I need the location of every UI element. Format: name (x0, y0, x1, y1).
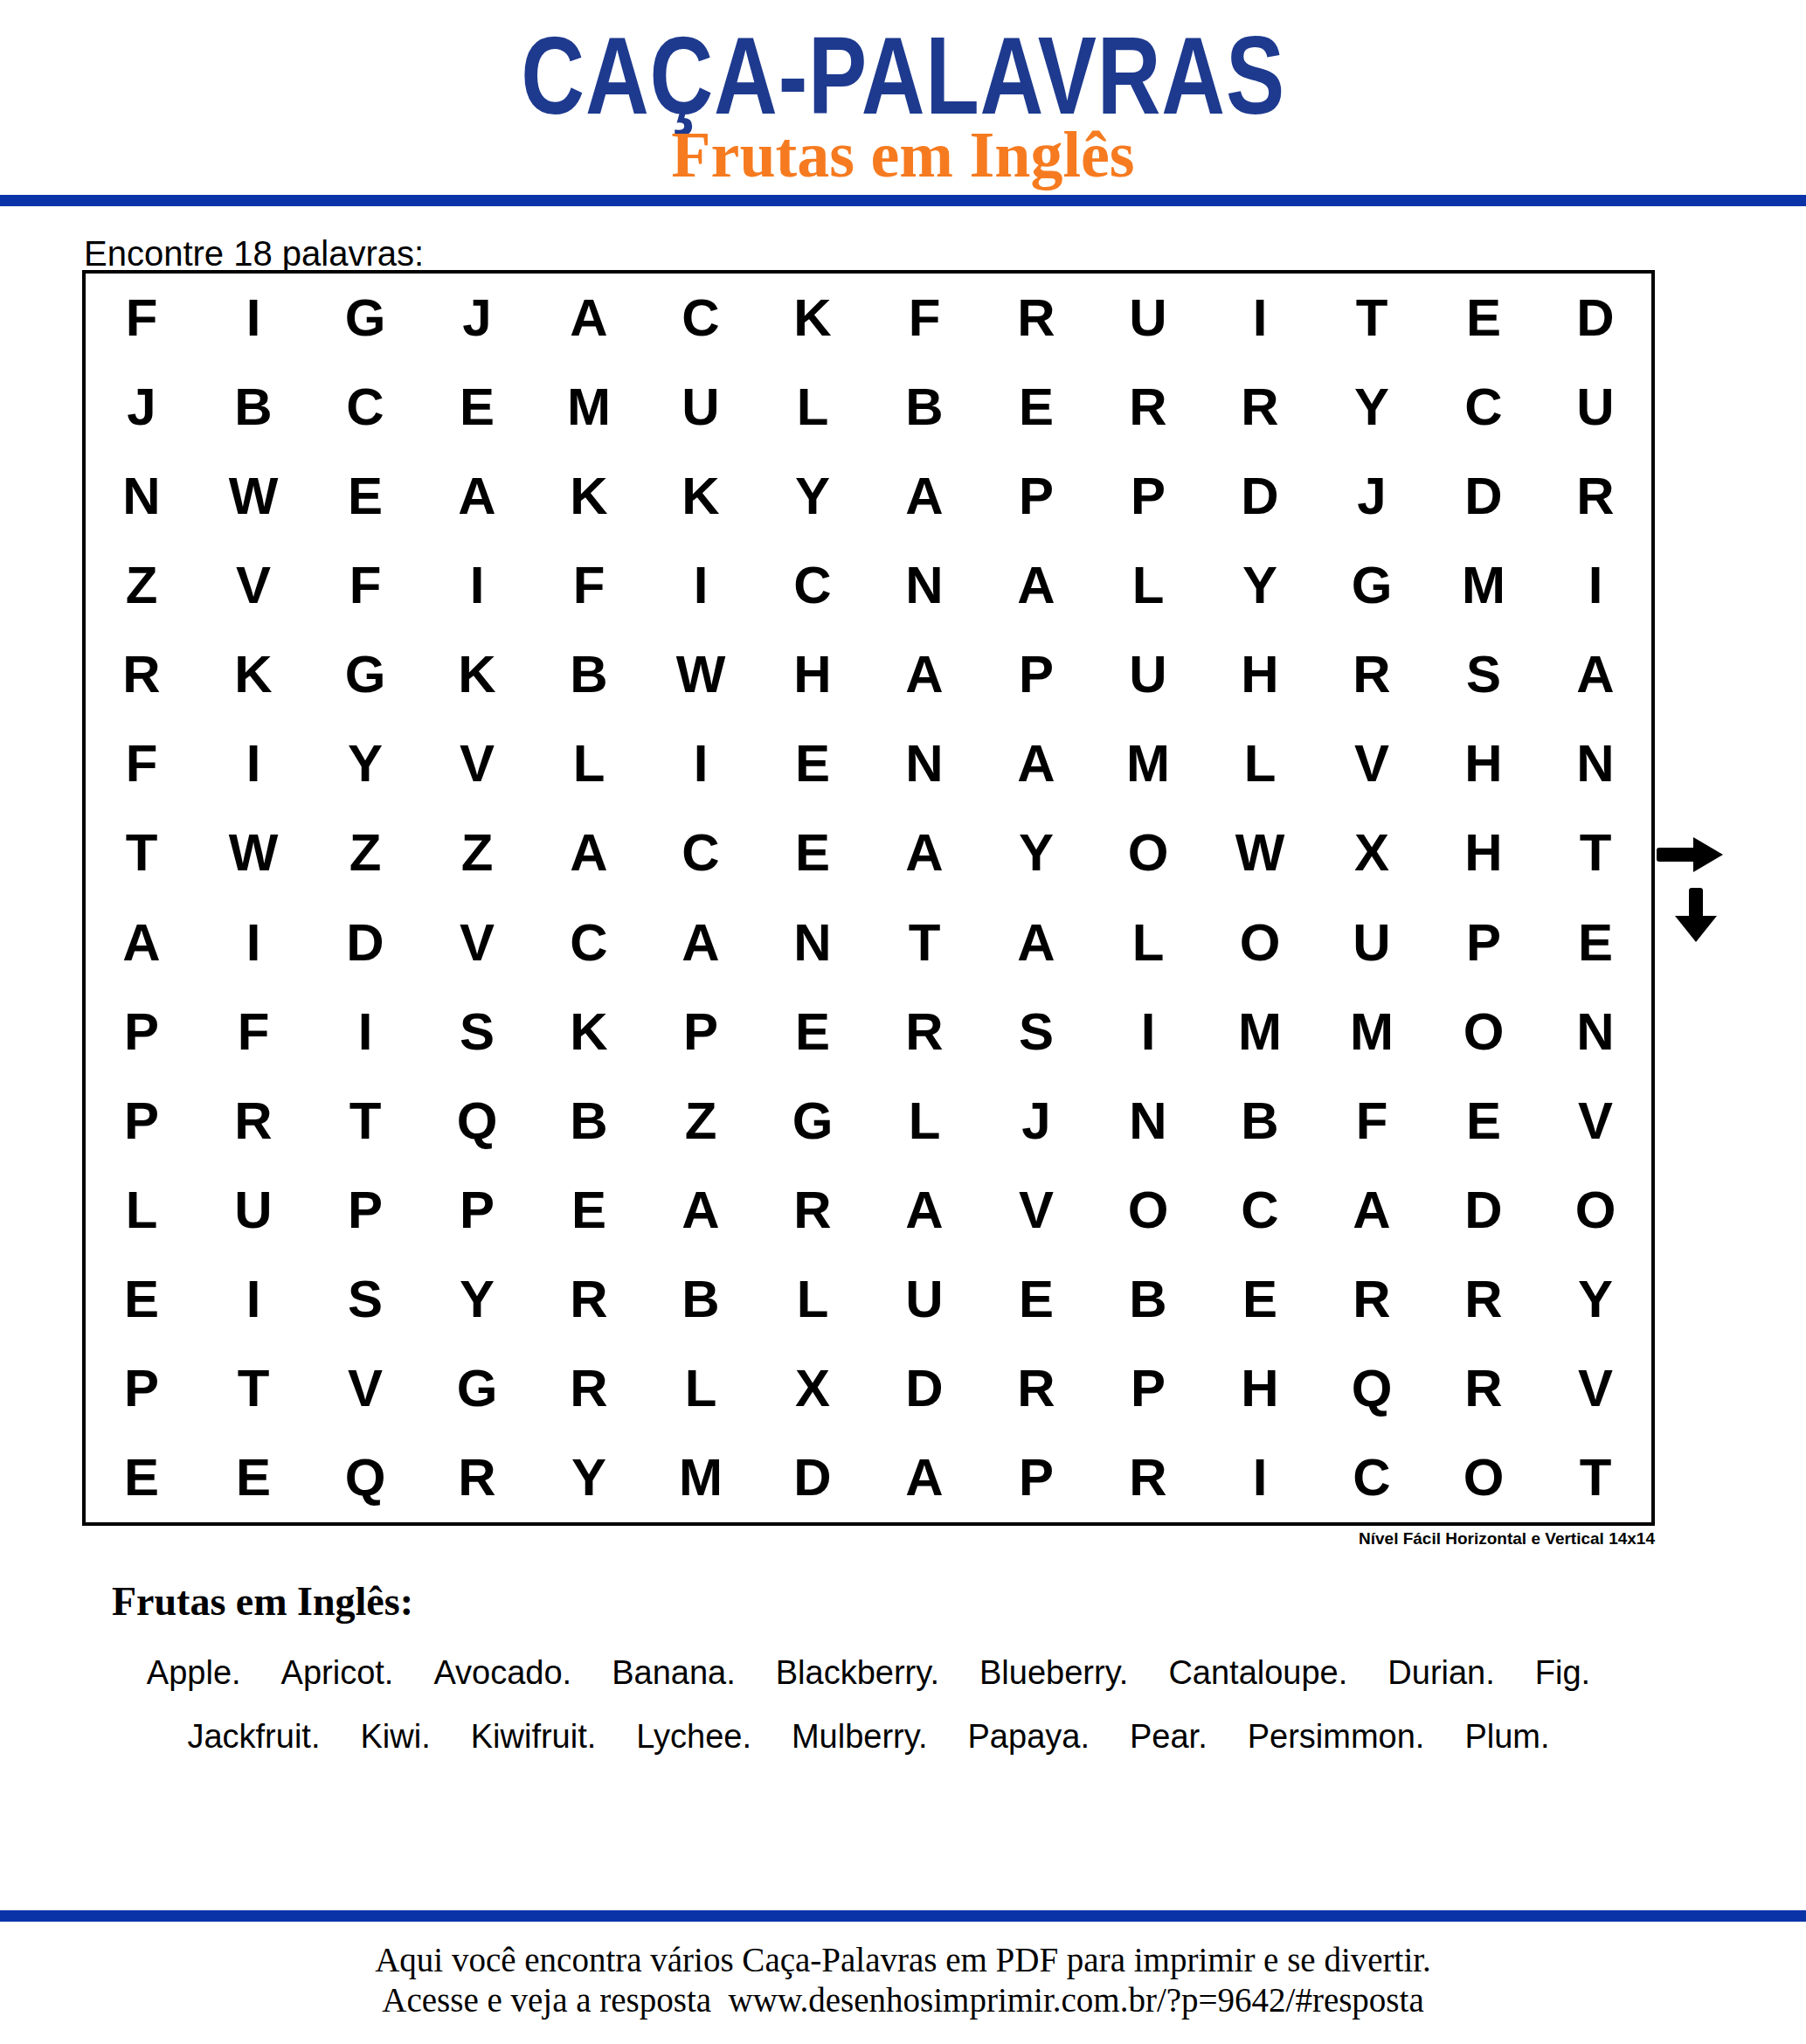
grid-cell-r9c10[interactable]: I (1092, 987, 1204, 1077)
grid-cell-r6c13[interactable]: H (1428, 719, 1540, 808)
grid-cell-r13c13[interactable]: R (1428, 1344, 1540, 1433)
grid-cell-r3c3[interactable]: E (309, 452, 421, 541)
footer-line-2: Acesse e veja a resposta www.desenhosimp… (0, 1980, 1806, 2020)
grid-cell-r1c9[interactable]: R (980, 274, 1092, 363)
grid-cell-r3c5[interactable]: K (533, 452, 645, 541)
grid-cell-r12c7[interactable]: L (757, 1255, 868, 1344)
grid-cell-r8c6[interactable]: A (645, 897, 757, 987)
grid-cell-r7c8[interactable]: A (868, 808, 980, 897)
grid-cell-r3c14[interactable]: R (1540, 452, 1651, 541)
grid-cell-r12c4[interactable]: Y (421, 1255, 533, 1344)
page-subtitle: Frutas em Inglês (0, 122, 1806, 187)
grid-cell-r4c9[interactable]: A (980, 541, 1092, 630)
grid-cell-r13c5[interactable]: R (533, 1344, 645, 1433)
grid-cell-r3c1[interactable]: N (86, 452, 197, 541)
grid-cell-r8c12[interactable]: U (1316, 897, 1428, 987)
grid-cell-r9c9[interactable]: S (980, 987, 1092, 1077)
word-list-heading: Frutas em Inglês: (112, 1578, 413, 1625)
grid-cell-r4c7[interactable]: C (757, 541, 868, 630)
grid-cell-r7c1[interactable]: T (86, 808, 197, 897)
grid-cell-r2c6[interactable]: U (645, 363, 757, 452)
grid-cell-r14c6[interactable]: M (645, 1433, 757, 1522)
grid-cell-r6c12[interactable]: V (1316, 719, 1428, 808)
grid-cell-r2c4[interactable]: E (421, 363, 533, 452)
grid-cell-r5c2[interactable]: K (197, 630, 309, 719)
grid-cell-r11c5[interactable]: E (533, 1166, 645, 1255)
grid-cell-r9c1[interactable]: P (86, 987, 197, 1077)
grid-cell-r4c13[interactable]: M (1428, 541, 1540, 630)
grid-cell-r5c4[interactable]: K (421, 630, 533, 719)
grid-caption: Nível Fácil Horizontal e Vertical 14x14 (82, 1529, 1655, 1549)
grid-cell-r10c6[interactable]: Z (645, 1077, 757, 1166)
grid-cell-r1c7[interactable]: K (757, 274, 868, 363)
grid-cell-r14c5[interactable]: Y (533, 1433, 645, 1522)
word-persimmon: Persimmon. (1248, 1718, 1425, 1756)
grid-cell-r10c10[interactable]: N (1092, 1077, 1204, 1166)
word-pear: Pear. (1130, 1718, 1207, 1756)
grid-cell-r11c6[interactable]: A (645, 1166, 757, 1255)
grid-cell-r11c11[interactable]: C (1204, 1166, 1316, 1255)
grid-cell-r9c3[interactable]: I (309, 987, 421, 1077)
grid-cell-r12c1[interactable]: E (86, 1255, 197, 1344)
grid-cell-r10c8[interactable]: L (868, 1077, 980, 1166)
grid-cell-r12c3[interactable]: S (309, 1255, 421, 1344)
grid-cell-r13c9[interactable]: R (980, 1344, 1092, 1433)
word-fig: Fig. (1535, 1654, 1590, 1692)
word-list-line-2: Jackfruit.Kiwi.Kiwifruit.Lychee.Mulberry… (82, 1718, 1655, 1756)
grid-cell-r8c4[interactable]: V (421, 897, 533, 987)
grid-cell-r1c8[interactable]: F (868, 274, 980, 363)
grid-cell-r9c8[interactable]: R (868, 987, 980, 1077)
grid-cell-r12c11[interactable]: E (1204, 1255, 1316, 1344)
grid-cell-r1c12[interactable]: T (1316, 274, 1428, 363)
grid-cell-r10c12[interactable]: F (1316, 1077, 1428, 1166)
grid-cell-r2c13[interactable]: C (1428, 363, 1540, 452)
grid-cell-r7c3[interactable]: Z (309, 808, 421, 897)
word-kiwi: Kiwi. (360, 1718, 430, 1756)
grid-cell-r7c11[interactable]: W (1204, 808, 1316, 897)
grid-cell-r7c10[interactable]: O (1092, 808, 1204, 897)
grid-cell-r3c10[interactable]: P (1092, 452, 1204, 541)
grid-cell-r9c5[interactable]: K (533, 987, 645, 1077)
grid-cell-r8c5[interactable]: C (533, 897, 645, 987)
grid-cell-r11c10[interactable]: O (1092, 1166, 1204, 1255)
grid-cell-r8c14[interactable]: E (1540, 897, 1651, 987)
grid-cell-r13c8[interactable]: D (868, 1344, 980, 1433)
word-papaya: Papaya. (968, 1718, 1090, 1756)
grid-cell-r10c2[interactable]: R (197, 1077, 309, 1166)
word-banana: Banana. (612, 1654, 736, 1692)
grid-cell-r14c14[interactable]: T (1540, 1433, 1651, 1522)
grid-cell-r8c7[interactable]: N (757, 897, 868, 987)
grid-cell-r13c3[interactable]: V (309, 1344, 421, 1433)
grid-cell-r12c10[interactable]: B (1092, 1255, 1204, 1344)
grid-cell-r12c8[interactable]: U (868, 1255, 980, 1344)
grid-cell-r2c11[interactable]: R (1204, 363, 1316, 452)
grid-cell-r9c11[interactable]: M (1204, 987, 1316, 1077)
grid-cell-r3c9[interactable]: P (980, 452, 1092, 541)
grid-cell-r5c14[interactable]: A (1540, 630, 1651, 719)
word-lychee: Lychee. (636, 1718, 751, 1756)
grid-cell-r10c5[interactable]: B (533, 1077, 645, 1166)
grid-cell-r4c8[interactable]: N (868, 541, 980, 630)
word-blackberry: Blackberry. (776, 1654, 939, 1692)
grid-cell-r5c8[interactable]: A (868, 630, 980, 719)
grid-cell-r12c14[interactable]: Y (1540, 1255, 1651, 1344)
grid-cell-r9c13[interactable]: O (1428, 987, 1540, 1077)
grid-cell-r14c8[interactable]: A (868, 1433, 980, 1522)
grid-cell-r13c7[interactable]: X (757, 1344, 868, 1433)
grid-cell-r6c8[interactable]: N (868, 719, 980, 808)
grid-cell-r2c7[interactable]: L (757, 363, 868, 452)
grid-cell-r13c10[interactable]: P (1092, 1344, 1204, 1433)
grid-cell-r13c1[interactable]: P (86, 1344, 197, 1433)
grid-cell-r4c4[interactable]: I (421, 541, 533, 630)
grid-cell-r12c9[interactable]: E (980, 1255, 1092, 1344)
word-grid: FIGJACKFRUITEDJBCEMULBERRYCUNWEAKKYAPPDJ… (82, 270, 1655, 1526)
grid-cell-r1c4[interactable]: J (421, 274, 533, 363)
grid-cell-r12c13[interactable]: R (1428, 1255, 1540, 1344)
grid-cell-r7c14[interactable]: T (1540, 808, 1651, 897)
grid-cell-r7c4[interactable]: Z (421, 808, 533, 897)
grid-cell-r4c3[interactable]: F (309, 541, 421, 630)
instruction-label: Encontre 18 palavras: (84, 234, 424, 274)
page-title: CAÇA-PALAVRAS (521, 21, 1285, 131)
grid-cell-r14c10[interactable]: R (1092, 1433, 1204, 1522)
grid-cell-r4c10[interactable]: L (1092, 541, 1204, 630)
word-durian: Durian. (1387, 1654, 1495, 1692)
grid-cell-r5c1[interactable]: R (86, 630, 197, 719)
grid-cell-r7c5[interactable]: A (533, 808, 645, 897)
grid-cell-r1c5[interactable]: A (533, 274, 645, 363)
grid-cell-r1c14[interactable]: D (1540, 274, 1651, 363)
grid-cell-r14c1[interactable]: E (86, 1433, 197, 1522)
grid-cell-r3c11[interactable]: D (1204, 452, 1316, 541)
grid-cell-r5c6[interactable]: W (645, 630, 757, 719)
grid-cell-r6c4[interactable]: V (421, 719, 533, 808)
grid-cell-r4c2[interactable]: V (197, 541, 309, 630)
grid-cell-r3c6[interactable]: K (645, 452, 757, 541)
grid-cell-r6c14[interactable]: N (1540, 719, 1651, 808)
footer-rule (0, 1910, 1806, 1922)
grid-cell-r2c5[interactable]: M (533, 363, 645, 452)
grid-cell-r8c2[interactable]: I (197, 897, 309, 987)
word-cantaloupe: Cantaloupe. (1168, 1654, 1347, 1692)
grid-cell-r10c1[interactable]: P (86, 1077, 197, 1166)
grid-cell-r6c10[interactable]: M (1092, 719, 1204, 808)
grid-cell-r7c12[interactable]: X (1316, 808, 1428, 897)
header-rule (0, 195, 1806, 206)
grid-cell-r5c7[interactable]: H (757, 630, 868, 719)
grid-cell-r4c11[interactable]: Y (1204, 541, 1316, 630)
grid-cell-r6c6[interactable]: I (645, 719, 757, 808)
grid-cell-r1c13[interactable]: E (1428, 274, 1540, 363)
grid-cell-r2c12[interactable]: Y (1316, 363, 1428, 452)
grid-cell-r1c6[interactable]: C (645, 274, 757, 363)
grid-cell-r2c3[interactable]: C (309, 363, 421, 452)
grid-cell-r2c9[interactable]: E (980, 363, 1092, 452)
grid-cell-r5c13[interactable]: S (1428, 630, 1540, 719)
grid-cell-r3c12[interactable]: J (1316, 452, 1428, 541)
grid-cell-r2c8[interactable]: B (868, 363, 980, 452)
grid-cell-r7c7[interactable]: E (757, 808, 868, 897)
grid-cell-r10c7[interactable]: G (757, 1077, 868, 1166)
grid-cell-r13c11[interactable]: H (1204, 1344, 1316, 1433)
grid-cell-r8c8[interactable]: T (868, 897, 980, 987)
grid-cell-r9c2[interactable]: F (197, 987, 309, 1077)
grid-cell-r4c6[interactable]: I (645, 541, 757, 630)
grid-cell-r1c10[interactable]: U (1092, 274, 1204, 363)
grid-cell-r12c6[interactable]: B (645, 1255, 757, 1344)
grid-cell-r14c11[interactable]: I (1204, 1433, 1316, 1522)
grid-cell-r2c2[interactable]: B (197, 363, 309, 452)
footer-line-1: Aqui você encontra vários Caça-Palavras … (0, 1940, 1806, 1979)
grid-cell-r11c2[interactable]: U (197, 1166, 309, 1255)
word-avocado: Avocado. (433, 1654, 571, 1692)
word-apple: Apple. (147, 1654, 241, 1692)
grid-cell-r1c11[interactable]: I (1204, 274, 1316, 363)
word-plum: Plum. (1464, 1718, 1549, 1756)
grid-cell-r8c3[interactable]: D (309, 897, 421, 987)
grid-cell-r10c13[interactable]: E (1428, 1077, 1540, 1166)
grid-cell-r13c12[interactable]: Q (1316, 1344, 1428, 1433)
grid-cell-r10c11[interactable]: B (1204, 1077, 1316, 1166)
grid-cell-r14c2[interactable]: E (197, 1433, 309, 1522)
grid-cell-r14c4[interactable]: R (421, 1433, 533, 1522)
grid-cell-r11c14[interactable]: O (1540, 1166, 1651, 1255)
grid-cell-r11c13[interactable]: D (1428, 1166, 1540, 1255)
grid-cell-r13c6[interactable]: L (645, 1344, 757, 1433)
grid-cell-r5c3[interactable]: G (309, 630, 421, 719)
grid-cell-r8c9[interactable]: A (980, 897, 1092, 987)
grid-cell-r4c1[interactable]: Z (86, 541, 197, 630)
grid-cell-r11c8[interactable]: A (868, 1166, 980, 1255)
grid-cell-r1c1[interactable]: F (86, 274, 197, 363)
grid-cell-r2c10[interactable]: R (1092, 363, 1204, 452)
grid-cell-r4c14[interactable]: I (1540, 541, 1651, 630)
grid-cell-r6c3[interactable]: Y (309, 719, 421, 808)
grid-cell-r14c9[interactable]: P (980, 1433, 1092, 1522)
grid-cell-r14c13[interactable]: O (1428, 1433, 1540, 1522)
down-arrow-icon (1675, 888, 1717, 942)
right-arrow-icon (1657, 837, 1723, 872)
grid-cell-r6c1[interactable]: F (86, 719, 197, 808)
grid-cell-r10c14[interactable]: V (1540, 1077, 1651, 1166)
grid-cell-r12c2[interactable]: I (197, 1255, 309, 1344)
grid-cell-r5c11[interactable]: H (1204, 630, 1316, 719)
grid-cell-r3c13[interactable]: D (1428, 452, 1540, 541)
grid-cell-r10c3[interactable]: T (309, 1077, 421, 1166)
grid-cell-r9c14[interactable]: N (1540, 987, 1651, 1077)
grid-cell-r12c12[interactable]: R (1316, 1255, 1428, 1344)
grid-cell-r11c9[interactable]: V (980, 1166, 1092, 1255)
grid-cell-r14c3[interactable]: Q (309, 1433, 421, 1522)
grid-cell-r13c2[interactable]: T (197, 1344, 309, 1433)
grid-cell-r10c4[interactable]: Q (421, 1077, 533, 1166)
grid-cell-r6c11[interactable]: L (1204, 719, 1316, 808)
grid-cell-r11c4[interactable]: P (421, 1166, 533, 1255)
grid-cell-r9c7[interactable]: E (757, 987, 868, 1077)
grid-cell-r9c12[interactable]: M (1316, 987, 1428, 1077)
grid-cell-r10c9[interactable]: J (980, 1077, 1092, 1166)
grid-cell-r5c9[interactable]: P (980, 630, 1092, 719)
word-list-line-1: Apple.Apricot.Avocado.Banana.Blackberry.… (82, 1654, 1655, 1692)
grid-cell-r6c5[interactable]: L (533, 719, 645, 808)
grid-cell-r2c14[interactable]: U (1540, 363, 1651, 452)
grid-cell-r5c10[interactable]: U (1092, 630, 1204, 719)
grid-cell-r7c6[interactable]: C (645, 808, 757, 897)
grid-cell-r1c2[interactable]: I (197, 274, 309, 363)
grid-cell-r8c1[interactable]: A (86, 897, 197, 987)
grid-cell-r1c3[interactable]: G (309, 274, 421, 363)
grid-cell-r9c6[interactable]: P (645, 987, 757, 1077)
grid-cell-r13c4[interactable]: G (421, 1344, 533, 1433)
grid-cell-r4c5[interactable]: F (533, 541, 645, 630)
grid-cell-r6c7[interactable]: E (757, 719, 868, 808)
word-kiwifruit: Kiwifruit. (471, 1718, 597, 1756)
header: CAÇA-PALAVRAS (0, 21, 1806, 131)
grid-cell-r14c7[interactable]: D (757, 1433, 868, 1522)
grid-cell-r3c7[interactable]: Y (757, 452, 868, 541)
grid-cell-r7c9[interactable]: Y (980, 808, 1092, 897)
grid-cell-r6c2[interactable]: I (197, 719, 309, 808)
grid-cell-r14c12[interactable]: C (1316, 1433, 1428, 1522)
grid-cell-r11c7[interactable]: R (757, 1166, 868, 1255)
grid-cell-r11c1[interactable]: L (86, 1166, 197, 1255)
word-blueberry: Blueberry. (979, 1654, 1128, 1692)
grid-cell-r9c4[interactable]: S (421, 987, 533, 1077)
grid-cell-r8c13[interactable]: P (1428, 897, 1540, 987)
grid-cell-r8c11[interactable]: O (1204, 897, 1316, 987)
grid-cell-r6c9[interactable]: A (980, 719, 1092, 808)
grid-cell-r8c10[interactable]: L (1092, 897, 1204, 987)
grid-cell-r5c12[interactable]: R (1316, 630, 1428, 719)
grid-cell-r4c12[interactable]: G (1316, 541, 1428, 630)
grid-cell-r13c14[interactable]: V (1540, 1344, 1651, 1433)
word-mulberry: Mulberry. (792, 1718, 928, 1756)
grid-cell-r5c5[interactable]: B (533, 630, 645, 719)
grid-cell-r7c13[interactable]: H (1428, 808, 1540, 897)
word-jackfruit: Jackfruit. (187, 1718, 320, 1756)
grid-cell-r3c2[interactable]: W (197, 452, 309, 541)
grid-cell-r2c1[interactable]: J (86, 363, 197, 452)
grid-cell-r3c4[interactable]: A (421, 452, 533, 541)
grid-cell-r3c8[interactable]: A (868, 452, 980, 541)
grid-cell-r11c12[interactable]: A (1316, 1166, 1428, 1255)
grid-cell-r7c2[interactable]: W (197, 808, 309, 897)
grid-cell-r12c5[interactable]: R (533, 1255, 645, 1344)
grid-cell-r11c3[interactable]: P (309, 1166, 421, 1255)
word-apricot: Apricot. (281, 1654, 394, 1692)
